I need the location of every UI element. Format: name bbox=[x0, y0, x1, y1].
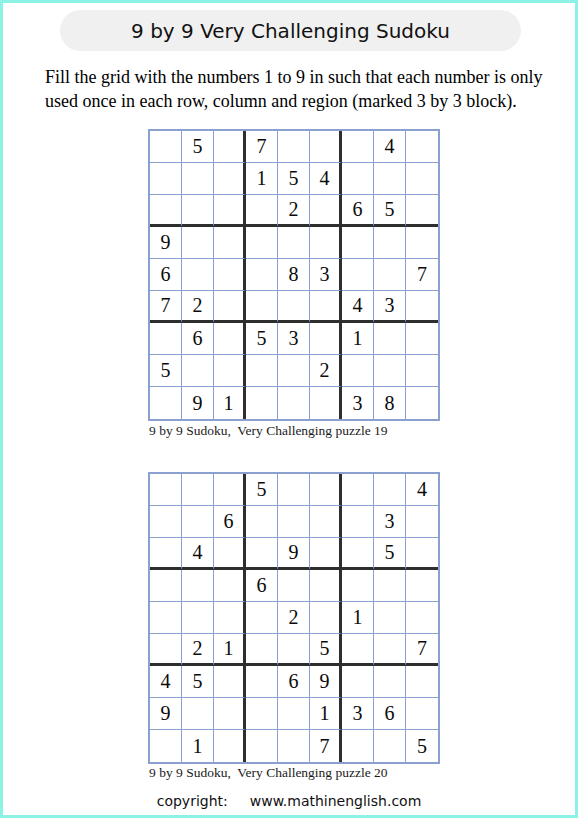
puzzle-cell-r8c7 bbox=[342, 355, 374, 387]
puzzle-cell-r8c5 bbox=[278, 698, 310, 730]
puzzle-cell-r9c5 bbox=[278, 387, 310, 419]
puzzle-cell-r7c4: 5 bbox=[246, 323, 278, 355]
puzzle-cell-r1c9 bbox=[406, 131, 438, 163]
puzzle-cell-r3c3 bbox=[214, 195, 246, 227]
puzzle-cell-r3c5: 2 bbox=[278, 195, 310, 227]
puzzle-cell-r8c4 bbox=[246, 355, 278, 387]
puzzle-cell-r2c7 bbox=[342, 163, 374, 195]
puzzle-cell-r5c2 bbox=[182, 602, 214, 634]
puzzle-cell-r9c4 bbox=[246, 730, 278, 762]
puzzle-cell-r4c6 bbox=[310, 570, 342, 602]
page-title: 9 by 9 Very Challenging Sudoku bbox=[131, 19, 450, 43]
puzzle-cell-r1c5 bbox=[278, 131, 310, 163]
puzzle-cell-r6c1: 7 bbox=[150, 291, 182, 323]
puzzle-cell-r5c6 bbox=[310, 602, 342, 634]
puzzle-cell-r5c6: 3 bbox=[310, 259, 342, 291]
puzzle-cell-r7c5: 3 bbox=[278, 323, 310, 355]
puzzle-cell-r4c8 bbox=[374, 570, 406, 602]
puzzle-cell-r6c6: 5 bbox=[310, 634, 342, 666]
puzzle-cell-r4c1 bbox=[150, 570, 182, 602]
puzzle-cell-r4c3 bbox=[214, 570, 246, 602]
puzzle-cell-r7c6: 9 bbox=[310, 666, 342, 698]
puzzle-cell-r6c5 bbox=[278, 291, 310, 323]
puzzle-cell-r3c3 bbox=[214, 538, 246, 570]
puzzle-cell-r2c9 bbox=[406, 506, 438, 538]
puzzle-cell-r6c9: 7 bbox=[406, 634, 438, 666]
puzzle-cell-r5c3 bbox=[214, 602, 246, 634]
puzzle-cell-r8c3 bbox=[214, 355, 246, 387]
puzzle-cell-r3c2: 4 bbox=[182, 538, 214, 570]
puzzle-cell-r9c7: 3 bbox=[342, 387, 374, 419]
puzzle-cell-r8c4 bbox=[246, 698, 278, 730]
puzzle-cell-r3c5: 9 bbox=[278, 538, 310, 570]
puzzle-cell-r6c6 bbox=[310, 291, 342, 323]
puzzle-cell-r1c6 bbox=[310, 131, 342, 163]
puzzle-cell-r1c6 bbox=[310, 474, 342, 506]
puzzle-cell-r7c5: 6 bbox=[278, 666, 310, 698]
puzzle-cell-r5c2 bbox=[182, 259, 214, 291]
puzzle-cell-r1c1 bbox=[150, 474, 182, 506]
puzzle-cell-r3c6 bbox=[310, 538, 342, 570]
puzzle-cell-r8c7: 3 bbox=[342, 698, 374, 730]
puzzle-cell-r1c4: 5 bbox=[246, 474, 278, 506]
puzzle-19-caption: 9 by 9 Sudoku, Very Challenging puzzle 1… bbox=[149, 423, 388, 439]
puzzle-cell-r9c6: 7 bbox=[310, 730, 342, 762]
worksheet-page: 9 by 9 Very Challenging Sudoku Fill the … bbox=[0, 0, 578, 818]
puzzle-cell-r6c3: 1 bbox=[214, 634, 246, 666]
puzzle-cell-r4c2 bbox=[182, 570, 214, 602]
puzzle-cell-r1c9: 4 bbox=[406, 474, 438, 506]
puzzle-cell-r5c9: 7 bbox=[406, 259, 438, 291]
puzzle-cell-r3c4 bbox=[246, 195, 278, 227]
puzzle-cell-r9c3 bbox=[214, 730, 246, 762]
puzzle-cell-r9c1 bbox=[150, 730, 182, 762]
puzzle-cell-r5c4 bbox=[246, 602, 278, 634]
puzzle-cell-r6c7: 4 bbox=[342, 291, 374, 323]
puzzle-cell-r6c9 bbox=[406, 291, 438, 323]
puzzle-cell-r5c3 bbox=[214, 259, 246, 291]
puzzle-cell-r6c8 bbox=[374, 634, 406, 666]
puzzle-cell-r9c1 bbox=[150, 387, 182, 419]
puzzle-cell-r5c7 bbox=[342, 259, 374, 291]
puzzle-cell-r2c1 bbox=[150, 506, 182, 538]
puzzle-cell-r4c7 bbox=[342, 227, 374, 259]
puzzle-cell-r3c4 bbox=[246, 538, 278, 570]
puzzle-cell-r8c5 bbox=[278, 355, 310, 387]
puzzle-cell-r8c8 bbox=[374, 355, 406, 387]
puzzle-cell-r7c7 bbox=[342, 666, 374, 698]
puzzle-cell-r7c8 bbox=[374, 666, 406, 698]
puzzle-cell-r4c3 bbox=[214, 227, 246, 259]
puzzle-cell-r7c8 bbox=[374, 323, 406, 355]
puzzle-cell-r2c3: 6 bbox=[214, 506, 246, 538]
puzzle-cell-r1c1 bbox=[150, 131, 182, 163]
puzzle-cell-r8c9 bbox=[406, 355, 438, 387]
puzzle-cell-r6c1 bbox=[150, 634, 182, 666]
puzzle-cell-r8c3 bbox=[214, 698, 246, 730]
puzzle-cell-r7c6 bbox=[310, 323, 342, 355]
puzzle-cell-r2c5 bbox=[278, 506, 310, 538]
puzzle-cell-r3c8: 5 bbox=[374, 195, 406, 227]
puzzle-cell-r8c1: 9 bbox=[150, 698, 182, 730]
puzzle-cell-r1c2 bbox=[182, 474, 214, 506]
copyright-label: copyright: bbox=[157, 793, 228, 809]
puzzle-cell-r2c4: 1 bbox=[246, 163, 278, 195]
puzzle-cell-r8c1: 5 bbox=[150, 355, 182, 387]
puzzle-cell-r9c8: 8 bbox=[374, 387, 406, 419]
puzzle-cell-r8c9 bbox=[406, 698, 438, 730]
puzzle-cell-r1c5 bbox=[278, 474, 310, 506]
sudoku-grid-puzzle-20: 5463495621215745699136175 bbox=[148, 472, 440, 764]
puzzle-cell-r7c9 bbox=[406, 323, 438, 355]
puzzle-cell-r7c1: 4 bbox=[150, 666, 182, 698]
puzzle-cell-r3c8: 5 bbox=[374, 538, 406, 570]
puzzle-cell-r4c5 bbox=[278, 227, 310, 259]
puzzle-cell-r5c8 bbox=[374, 602, 406, 634]
puzzle-cell-r8c2 bbox=[182, 698, 214, 730]
puzzle-cell-r2c8: 3 bbox=[374, 506, 406, 538]
puzzle-cell-r7c1 bbox=[150, 323, 182, 355]
puzzle-cell-r3c1 bbox=[150, 538, 182, 570]
puzzle-cell-r6c2: 2 bbox=[182, 634, 214, 666]
puzzle-cell-r4c7 bbox=[342, 570, 374, 602]
puzzle-cell-r9c6 bbox=[310, 387, 342, 419]
puzzle-cell-r5c5: 2 bbox=[278, 602, 310, 634]
puzzle-cell-r8c8: 6 bbox=[374, 698, 406, 730]
instructions-line-1: Fill the grid with the numbers 1 to 9 in… bbox=[45, 65, 542, 89]
puzzle-cell-r4c4: 6 bbox=[246, 570, 278, 602]
puzzle-cell-r4c9 bbox=[406, 570, 438, 602]
puzzle-cell-r4c2 bbox=[182, 227, 214, 259]
puzzle-cell-r9c4 bbox=[246, 387, 278, 419]
puzzle-cell-r4c8 bbox=[374, 227, 406, 259]
puzzle-cell-r1c3 bbox=[214, 474, 246, 506]
puzzle-cell-r9c5 bbox=[278, 730, 310, 762]
puzzle-cell-r7c3 bbox=[214, 666, 246, 698]
puzzle-cell-r6c2: 2 bbox=[182, 291, 214, 323]
puzzle-cell-r9c2: 9 bbox=[182, 387, 214, 419]
puzzle-cell-r8c6: 2 bbox=[310, 355, 342, 387]
puzzle-cell-r5c7: 1 bbox=[342, 602, 374, 634]
puzzle-cell-r6c7 bbox=[342, 634, 374, 666]
puzzle-cell-r9c3: 1 bbox=[214, 387, 246, 419]
puzzle-cell-r1c3 bbox=[214, 131, 246, 163]
puzzle-cell-r1c7 bbox=[342, 131, 374, 163]
instructions: Fill the grid with the numbers 1 to 9 in… bbox=[45, 65, 542, 113]
puzzle-cell-r2c6 bbox=[310, 506, 342, 538]
puzzle-cell-r7c9 bbox=[406, 666, 438, 698]
puzzle-cell-r5c1: 6 bbox=[150, 259, 182, 291]
puzzle-cell-r2c2 bbox=[182, 163, 214, 195]
puzzle-cell-r6c4 bbox=[246, 291, 278, 323]
puzzle-cell-r1c2: 5 bbox=[182, 131, 214, 163]
website-text: www.mathinenglish.com bbox=[250, 793, 422, 809]
puzzle-cell-r5c8 bbox=[374, 259, 406, 291]
puzzle-cell-r6c4 bbox=[246, 634, 278, 666]
puzzle-cell-r1c8: 4 bbox=[374, 131, 406, 163]
puzzle-cell-r9c8 bbox=[374, 730, 406, 762]
puzzle-cell-r7c4 bbox=[246, 666, 278, 698]
puzzle-cell-r4c9 bbox=[406, 227, 438, 259]
puzzle-cell-r1c8 bbox=[374, 474, 406, 506]
puzzle-cell-r8c6: 1 bbox=[310, 698, 342, 730]
puzzle-cell-r2c4 bbox=[246, 506, 278, 538]
puzzle-cell-r3c6 bbox=[310, 195, 342, 227]
puzzle-cell-r9c7 bbox=[342, 730, 374, 762]
puzzle-cell-r7c2: 6 bbox=[182, 323, 214, 355]
puzzle-cell-r3c7: 6 bbox=[342, 195, 374, 227]
puzzle-cell-r3c1 bbox=[150, 195, 182, 227]
puzzle-cell-r9c9 bbox=[406, 387, 438, 419]
puzzle-cell-r5c9 bbox=[406, 602, 438, 634]
puzzle-cell-r3c2 bbox=[182, 195, 214, 227]
puzzle-cell-r3c7 bbox=[342, 538, 374, 570]
puzzle-20-caption: 9 by 9 Sudoku, Very Challenging puzzle 2… bbox=[149, 765, 388, 781]
puzzle-cell-r2c9 bbox=[406, 163, 438, 195]
puzzle-cell-r9c9: 5 bbox=[406, 730, 438, 762]
puzzle-cell-r3c9 bbox=[406, 538, 438, 570]
puzzle-cell-r7c2: 5 bbox=[182, 666, 214, 698]
puzzle-cell-r9c2: 1 bbox=[182, 730, 214, 762]
puzzle-cell-r6c8: 3 bbox=[374, 291, 406, 323]
puzzle-cell-r5c4 bbox=[246, 259, 278, 291]
instructions-line-2: used once in each row, column and region… bbox=[45, 89, 542, 113]
puzzle-cell-r6c3 bbox=[214, 291, 246, 323]
puzzle-cell-r2c6: 4 bbox=[310, 163, 342, 195]
puzzle-cell-r2c1 bbox=[150, 163, 182, 195]
puzzle-cell-r4c4 bbox=[246, 227, 278, 259]
title-pill: 9 by 9 Very Challenging Sudoku bbox=[60, 10, 521, 51]
puzzle-cell-r5c5: 8 bbox=[278, 259, 310, 291]
puzzle-cell-r2c2 bbox=[182, 506, 214, 538]
puzzle-cell-r4c6 bbox=[310, 227, 342, 259]
puzzle-cell-r6c5 bbox=[278, 634, 310, 666]
footer: copyright:www.mathinenglish.com bbox=[3, 793, 575, 809]
puzzle-cell-r8c2 bbox=[182, 355, 214, 387]
sudoku-grid-puzzle-19: 5741542659683772436531529138 bbox=[148, 129, 440, 421]
puzzle-cell-r2c3 bbox=[214, 163, 246, 195]
puzzle-cell-r4c1: 9 bbox=[150, 227, 182, 259]
puzzle-cell-r7c3 bbox=[214, 323, 246, 355]
puzzle-cell-r4c5 bbox=[278, 570, 310, 602]
puzzle-cell-r7c7: 1 bbox=[342, 323, 374, 355]
puzzle-cell-r2c8 bbox=[374, 163, 406, 195]
puzzle-cell-r2c5: 5 bbox=[278, 163, 310, 195]
puzzle-cell-r3c9 bbox=[406, 195, 438, 227]
puzzle-cell-r1c7 bbox=[342, 474, 374, 506]
puzzle-cell-r5c1 bbox=[150, 602, 182, 634]
puzzle-cell-r1c4: 7 bbox=[246, 131, 278, 163]
puzzle-cell-r2c7 bbox=[342, 506, 374, 538]
